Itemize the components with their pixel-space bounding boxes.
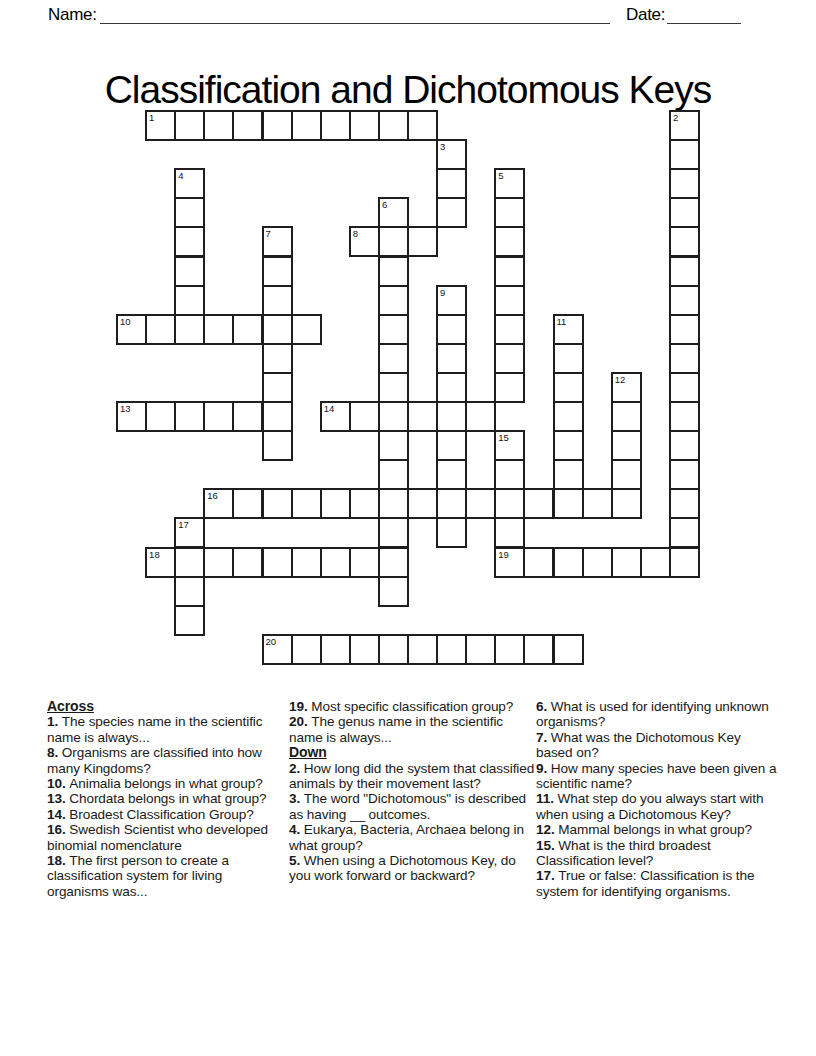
clue-number: 2	[673, 112, 678, 123]
grid-cell[interactable]: 1	[145, 110, 176, 141]
name-label: Name:	[48, 5, 97, 25]
grid-cell[interactable]	[553, 372, 584, 403]
crossword-grid: 1234567891011121314151617181920	[116, 110, 702, 667]
grid-cell[interactable]	[174, 605, 205, 636]
grid-cell[interactable]	[553, 488, 584, 519]
grid-cell[interactable]	[494, 285, 525, 316]
grid-cell[interactable]: 7	[262, 226, 293, 257]
grid-cell[interactable]	[203, 314, 234, 345]
grid-cell[interactable]	[349, 488, 380, 519]
grid-cell[interactable]	[262, 547, 293, 578]
grid-cell[interactable]: 11	[553, 314, 584, 345]
grid-cell[interactable]	[232, 401, 263, 432]
date-input-line[interactable]	[667, 8, 741, 24]
grid-cell[interactable]	[436, 372, 467, 403]
clue-down-9: 9. How many species have been given a sc…	[536, 761, 778, 792]
grid-cell[interactable]	[669, 547, 700, 578]
grid-cell[interactable]	[669, 285, 700, 316]
grid-cell[interactable]	[262, 343, 293, 374]
clue-across-20: 20. The genus name in the scientific nam…	[289, 714, 536, 745]
clue-down-6: 6. What is used for identifying unknown …	[536, 699, 778, 730]
clue-down-12: 12. Mammal belongs in what group?	[536, 822, 778, 837]
clue-down-11: 11. What step do you always start with w…	[536, 791, 778, 822]
grid-cell[interactable]	[436, 314, 467, 345]
grid-cell[interactable]: 16	[203, 488, 234, 519]
grid-cell[interactable]	[174, 576, 205, 607]
clue-across-1: 1. The species name in the scientific na…	[47, 714, 285, 745]
grid-cell[interactable]: 18	[145, 547, 176, 578]
grid-cell[interactable]	[378, 634, 409, 665]
grid-cell[interactable]	[436, 430, 467, 461]
clue-across-10: 10. Animalia belongs in what group?	[47, 776, 285, 791]
grid-cell[interactable]	[378, 256, 409, 287]
grid-cell[interactable]	[436, 488, 467, 519]
grid-cell[interactable]	[378, 285, 409, 316]
grid-cell[interactable]	[669, 517, 700, 548]
grid-cell[interactable]	[320, 634, 351, 665]
grid-cell[interactable]	[291, 314, 322, 345]
grid-cell[interactable]	[669, 314, 700, 345]
grid-cell[interactable]	[378, 547, 409, 578]
grid-cell[interactable]	[494, 226, 525, 257]
grid-cell[interactable]	[669, 139, 700, 170]
across-header: Across	[47, 699, 285, 714]
grid-cell[interactable]	[145, 401, 176, 432]
clue-down-7: 7. What was the Dichotomous Key based on…	[536, 730, 778, 761]
grid-cell[interactable]	[465, 488, 496, 519]
grid-cell[interactable]	[611, 488, 642, 519]
grid-cell[interactable]	[378, 314, 409, 345]
grid-cell[interactable]	[203, 401, 234, 432]
grid-cell[interactable]: 9	[436, 285, 467, 316]
grid-cell[interactable]	[494, 634, 525, 665]
grid-cell[interactable]	[349, 634, 380, 665]
clue-number: 6	[382, 199, 387, 210]
clue-column-1: Across1. The species name in the scienti…	[47, 699, 285, 899]
clue-column-3: 6. What is used for identifying unknown …	[536, 699, 778, 899]
clue-across-14: 14. Broadest Classification Group?	[47, 807, 285, 822]
grid-cell[interactable]: 13	[116, 401, 147, 432]
grid-cell[interactable]	[378, 459, 409, 490]
clue-across-16: 16. Swedish Scientist who developed bino…	[47, 822, 285, 853]
grid-cell[interactable]	[378, 517, 409, 548]
grid-cell[interactable]	[494, 488, 525, 519]
clue-number: 1	[149, 112, 154, 123]
grid-cell[interactable]	[523, 488, 554, 519]
clue-number: 18	[149, 549, 160, 560]
grid-cell[interactable]	[553, 634, 584, 665]
grid-cell[interactable]	[494, 256, 525, 287]
grid-cell[interactable]: 12	[611, 372, 642, 403]
grid-cell[interactable]	[262, 110, 293, 141]
grid-cell[interactable]	[262, 372, 293, 403]
grid-cell[interactable]	[669, 197, 700, 228]
grid-cell[interactable]	[523, 547, 554, 578]
grid-cell[interactable]	[494, 517, 525, 548]
grid-cell[interactable]	[436, 343, 467, 374]
clue-number: 4	[178, 170, 183, 181]
grid-cell[interactable]	[669, 488, 700, 519]
grid-cell[interactable]	[320, 547, 351, 578]
grid-cell[interactable]: 6	[378, 197, 409, 228]
grid-cell[interactable]	[232, 547, 263, 578]
grid-cell[interactable]	[669, 459, 700, 490]
clue-number: 17	[178, 519, 189, 530]
grid-cell[interactable]: 17	[174, 517, 205, 548]
clue-number: 3	[440, 141, 445, 152]
grid-cell[interactable]	[494, 314, 525, 345]
grid-cell[interactable]	[349, 547, 380, 578]
grid-cell[interactable]	[669, 168, 700, 199]
grid-cell[interactable]	[203, 110, 234, 141]
grid-cell[interactable]	[553, 430, 584, 461]
clue-number: 13	[120, 403, 131, 414]
grid-cell[interactable]	[291, 634, 322, 665]
clue-number: 19	[498, 549, 509, 560]
clue-down-17: 17. True or false: Classification is the…	[536, 868, 778, 899]
grid-cell[interactable]: 4	[174, 168, 205, 199]
clue-number: 15	[498, 432, 509, 443]
clue-number: 16	[207, 490, 218, 501]
grid-cell[interactable]	[203, 547, 234, 578]
name-input-line[interactable]	[100, 8, 610, 24]
clue-down-2: 2. How long did the system that classifi…	[289, 761, 536, 792]
grid-cell[interactable]	[436, 197, 467, 228]
grid-cell[interactable]	[174, 226, 205, 257]
grid-cell[interactable]	[232, 110, 263, 141]
clue-down-5: 5. When using a Dichotomous Key, do you …	[289, 853, 536, 884]
clue-across-18: 18. The first person to create a classif…	[47, 853, 285, 899]
grid-cell[interactable]	[407, 110, 438, 141]
grid-cell[interactable]	[436, 168, 467, 199]
grid-cell[interactable]	[174, 401, 205, 432]
grid-cell[interactable]: 5	[494, 168, 525, 199]
grid-cell[interactable]	[291, 488, 322, 519]
grid-cell[interactable]	[436, 517, 467, 548]
clue-number: 9	[440, 287, 445, 298]
grid-cell[interactable]: 20	[262, 634, 293, 665]
grid-cell[interactable]	[436, 401, 467, 432]
grid-cell[interactable]	[349, 110, 380, 141]
clue-column-2: 19. Most specific classification group?2…	[289, 699, 536, 884]
grid-cell[interactable]: 19	[494, 547, 525, 578]
grid-cell[interactable]	[494, 372, 525, 403]
grid-cell[interactable]	[523, 634, 554, 665]
grid-cell[interactable]	[436, 634, 467, 665]
clue-down-4: 4. Eukarya, Bacteria, Archaea belong in …	[289, 822, 536, 853]
grid-cell[interactable]	[494, 343, 525, 374]
grid-cell[interactable]	[174, 256, 205, 287]
grid-cell[interactable]	[262, 430, 293, 461]
grid-cell[interactable]: 15	[494, 430, 525, 461]
grid-cell[interactable]	[232, 314, 263, 345]
grid-cell[interactable]	[378, 372, 409, 403]
grid-cell[interactable]	[669, 372, 700, 403]
grid-cell[interactable]	[174, 110, 205, 141]
grid-cell[interactable]: 14	[320, 401, 351, 432]
grid-cell[interactable]	[582, 547, 613, 578]
grid-cell[interactable]	[640, 547, 671, 578]
grid-cell[interactable]	[494, 459, 525, 490]
grid-cell[interactable]	[174, 285, 205, 316]
grid-cell[interactable]	[262, 314, 293, 345]
clue-across-19: 19. Most specific classification group?	[289, 699, 536, 714]
grid-cell[interactable]	[378, 226, 409, 257]
grid-cell[interactable]	[611, 430, 642, 461]
grid-cell[interactable]	[407, 226, 438, 257]
grid-cell[interactable]	[669, 256, 700, 287]
grid-cell[interactable]	[378, 430, 409, 461]
grid-cell[interactable]	[174, 197, 205, 228]
grid-cell[interactable]	[553, 401, 584, 432]
grid-cell[interactable]	[465, 401, 496, 432]
grid-cell[interactable]	[494, 197, 525, 228]
grid-cell[interactable]: 2	[669, 110, 700, 141]
grid-cell[interactable]	[669, 430, 700, 461]
grid-cell[interactable]	[320, 110, 351, 141]
grid-cell[interactable]: 8	[349, 226, 380, 257]
grid-cell[interactable]	[669, 401, 700, 432]
grid-cell[interactable]	[611, 401, 642, 432]
grid-cell[interactable]	[611, 459, 642, 490]
clue-number: 7	[266, 228, 271, 239]
grid-cell[interactable]	[611, 547, 642, 578]
grid-cell[interactable]	[378, 110, 409, 141]
grid-cell[interactable]	[174, 547, 205, 578]
grid-cell[interactable]	[291, 547, 322, 578]
clue-number: 20	[266, 636, 277, 647]
clue-number: 8	[353, 228, 358, 239]
grid-cell[interactable]	[349, 401, 380, 432]
grid-cell[interactable]	[582, 488, 613, 519]
page-title: Classification and Dichotomous Keys	[0, 68, 816, 112]
clue-down-3: 3. The word "Dichotomous" is described a…	[289, 791, 536, 822]
grid-cell[interactable]	[553, 459, 584, 490]
grid-cell[interactable]	[378, 343, 409, 374]
clue-number: 12	[615, 374, 626, 385]
grid-cell[interactable]	[378, 401, 409, 432]
grid-cell[interactable]	[232, 488, 263, 519]
grid-cell[interactable]	[553, 343, 584, 374]
grid-cell[interactable]	[262, 285, 293, 316]
grid-cell[interactable]	[407, 401, 438, 432]
down-header: Down	[289, 745, 536, 760]
grid-cell[interactable]	[407, 634, 438, 665]
grid-cell[interactable]	[262, 488, 293, 519]
grid-cell[interactable]: 10	[116, 314, 147, 345]
clue-across-8: 8. Organisms are classified into how man…	[47, 745, 285, 776]
grid-cell[interactable]	[553, 547, 584, 578]
grid-cell[interactable]	[262, 401, 293, 432]
clue-number: 11	[557, 316, 567, 327]
grid-cell[interactable]	[669, 226, 700, 257]
grid-cell[interactable]	[145, 314, 176, 345]
grid-cell[interactable]	[465, 634, 496, 665]
grid-cell[interactable]	[262, 256, 293, 287]
grid-cell[interactable]	[378, 488, 409, 519]
clue-number: 5	[498, 170, 503, 181]
grid-cell[interactable]: 3	[436, 139, 467, 170]
grid-cell[interactable]	[174, 314, 205, 345]
grid-cell[interactable]	[436, 459, 467, 490]
grid-cell[interactable]	[669, 343, 700, 374]
date-label: Date:	[626, 5, 665, 25]
clue-across-13: 13. Chordata belongs in what group?	[47, 791, 285, 806]
grid-cell[interactable]	[407, 488, 438, 519]
clue-down-15: 15. What is the third broadest Classific…	[536, 838, 778, 869]
grid-cell[interactable]	[320, 488, 351, 519]
clue-number: 14	[324, 403, 335, 414]
grid-cell[interactable]	[291, 110, 322, 141]
clue-number: 10	[120, 316, 131, 327]
grid-cell[interactable]	[378, 576, 409, 607]
